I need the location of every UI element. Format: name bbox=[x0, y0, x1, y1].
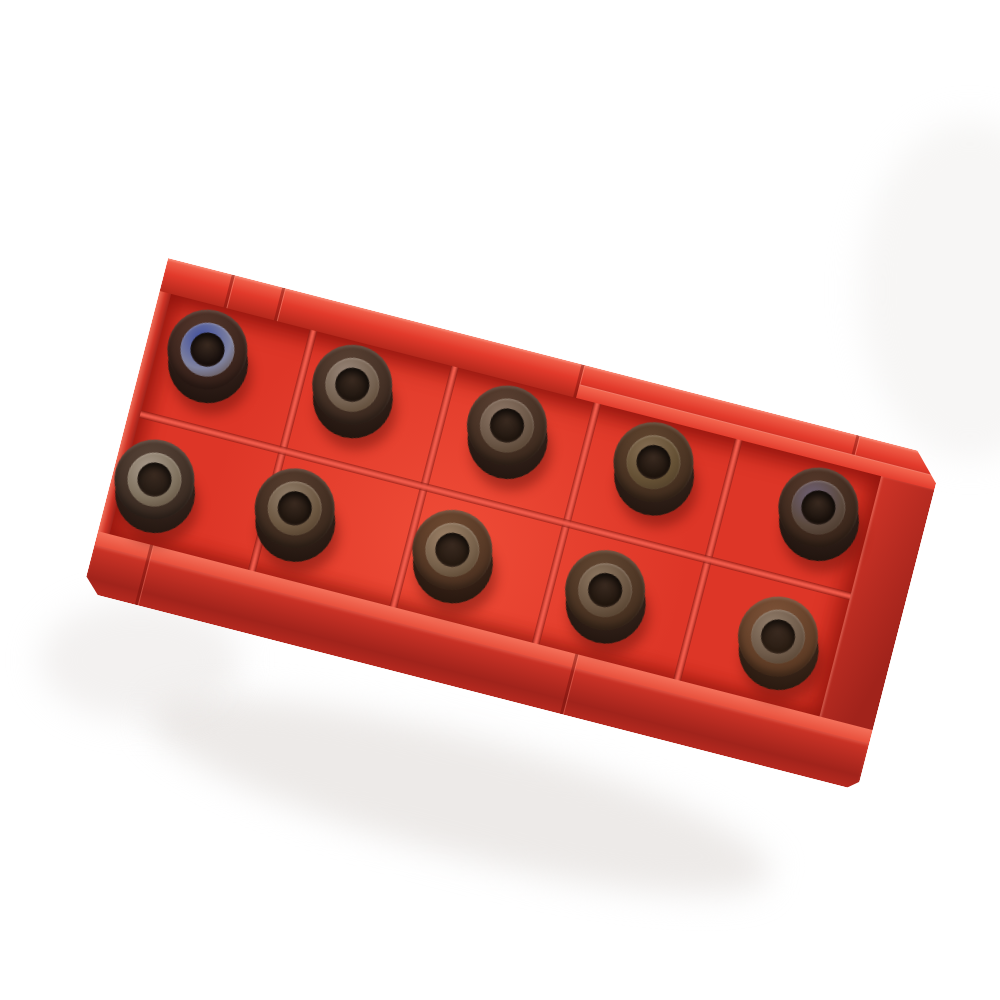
background-shadow-smudge bbox=[860, 120, 1000, 460]
rail-notch bbox=[223, 274, 234, 308]
insert-tray bbox=[82, 258, 942, 790]
rail-notch bbox=[274, 287, 285, 321]
photo-stage bbox=[0, 0, 1000, 1000]
